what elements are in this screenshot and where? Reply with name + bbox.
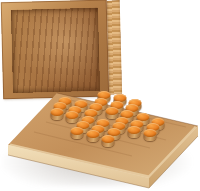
peg[interactable] (50, 108, 63, 120)
peg[interactable] (102, 135, 115, 147)
peg-top (102, 135, 115, 143)
peg-top (143, 129, 156, 137)
peg-top (50, 108, 63, 116)
peg-top (86, 130, 99, 138)
peg[interactable] (128, 126, 141, 138)
peg[interactable] (71, 127, 84, 139)
peg-top (105, 107, 118, 115)
peg[interactable] (86, 130, 99, 142)
peg[interactable] (143, 129, 156, 141)
scene (0, 0, 200, 191)
peg-top (66, 111, 79, 119)
pegs-layer (0, 0, 200, 191)
peg-top (71, 127, 84, 135)
peg-top (128, 126, 141, 134)
